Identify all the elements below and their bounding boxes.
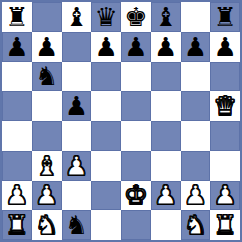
square-b2[interactable]: ♟ [32, 181, 62, 211]
square-g6[interactable] [181, 62, 211, 92]
square-d2[interactable] [91, 181, 121, 211]
square-e6[interactable] [121, 62, 151, 92]
piece-black-rook[interactable]: ♜ [5, 4, 28, 30]
square-g8[interactable] [181, 2, 211, 32]
square-e3[interactable] [121, 151, 151, 181]
square-g3[interactable] [181, 151, 211, 181]
square-c7[interactable] [62, 32, 92, 62]
square-a7[interactable]: ♟ [2, 32, 32, 62]
square-b8[interactable] [32, 2, 62, 32]
square-b5[interactable] [32, 91, 62, 121]
square-g1[interactable]: ♞ [181, 210, 211, 240]
square-g4[interactable] [181, 121, 211, 151]
square-h7[interactable]: ♟ [210, 32, 240, 62]
square-e5[interactable] [121, 91, 151, 121]
piece-white-knight[interactable]: ♞ [184, 212, 207, 238]
square-e7[interactable]: ♟ [121, 32, 151, 62]
piece-black-rook[interactable]: ♜ [213, 4, 236, 30]
piece-black-pawn[interactable]: ♟ [184, 34, 207, 60]
square-h5[interactable]: ♛ [210, 91, 240, 121]
square-e2[interactable]: ♚ [121, 181, 151, 211]
square-g5[interactable] [181, 91, 211, 121]
square-b3[interactable]: ♝ [32, 151, 62, 181]
square-h6[interactable] [210, 62, 240, 92]
piece-white-pawn[interactable]: ♟ [5, 182, 28, 208]
square-c3[interactable]: ♟ [62, 151, 92, 181]
square-h3[interactable] [210, 151, 240, 181]
piece-white-bishop[interactable]: ♝ [35, 153, 58, 179]
square-b1[interactable]: ♞ [32, 210, 62, 240]
square-d5[interactable] [91, 91, 121, 121]
square-f6[interactable] [151, 62, 181, 92]
square-f8[interactable]: ♝ [151, 2, 181, 32]
square-h8[interactable]: ♜ [210, 2, 240, 32]
square-a8[interactable]: ♜ [2, 2, 32, 32]
square-f4[interactable] [151, 121, 181, 151]
square-f2[interactable]: ♟ [151, 181, 181, 211]
chess-board: ♜♝♛♚♝♜♟♟♟♟♟♟♟♞♟♛♝♟♟♟♚♟♟♟♜♞♞♞♜ [0, 0, 242, 242]
piece-white-rook[interactable]: ♜ [213, 212, 236, 238]
piece-white-queen[interactable]: ♛ [213, 93, 236, 119]
square-a6[interactable] [2, 62, 32, 92]
square-c5[interactable]: ♟ [62, 91, 92, 121]
square-c8[interactable]: ♝ [62, 2, 92, 32]
square-a1[interactable]: ♜ [2, 210, 32, 240]
square-e8[interactable]: ♚ [121, 2, 151, 32]
square-b4[interactable] [32, 121, 62, 151]
piece-black-pawn[interactable]: ♟ [65, 93, 88, 119]
piece-white-knight[interactable]: ♞ [35, 212, 58, 238]
piece-black-pawn[interactable]: ♟ [213, 34, 236, 60]
piece-black-knight[interactable]: ♞ [35, 63, 58, 89]
piece-black-pawn[interactable]: ♟ [154, 34, 177, 60]
piece-black-king[interactable]: ♚ [124, 4, 147, 30]
square-e1[interactable] [121, 210, 151, 240]
square-f3[interactable] [151, 151, 181, 181]
square-c2[interactable] [62, 181, 92, 211]
piece-black-bishop[interactable]: ♝ [65, 4, 88, 30]
piece-white-king[interactable]: ♚ [124, 182, 147, 208]
square-e4[interactable] [121, 121, 151, 151]
square-d8[interactable]: ♛ [91, 2, 121, 32]
piece-black-pawn[interactable]: ♟ [35, 34, 58, 60]
square-h4[interactable] [210, 121, 240, 151]
square-a3[interactable] [2, 151, 32, 181]
piece-black-bishop[interactable]: ♝ [154, 4, 177, 30]
square-d6[interactable] [91, 62, 121, 92]
piece-white-pawn[interactable]: ♟ [65, 153, 88, 179]
square-d1[interactable] [91, 210, 121, 240]
piece-black-queen[interactable]: ♛ [94, 4, 117, 30]
square-d7[interactable]: ♟ [91, 32, 121, 62]
square-f5[interactable] [151, 91, 181, 121]
piece-black-pawn[interactable]: ♟ [94, 34, 117, 60]
square-h2[interactable]: ♟ [210, 181, 240, 211]
piece-black-knight[interactable]: ♞ [65, 212, 88, 238]
square-c1[interactable]: ♞ [62, 210, 92, 240]
square-a4[interactable] [2, 121, 32, 151]
piece-white-pawn[interactable]: ♟ [154, 182, 177, 208]
square-f7[interactable]: ♟ [151, 32, 181, 62]
square-d3[interactable] [91, 151, 121, 181]
piece-white-pawn[interactable]: ♟ [184, 182, 207, 208]
square-g2[interactable]: ♟ [181, 181, 211, 211]
piece-black-pawn[interactable]: ♟ [5, 34, 28, 60]
square-a2[interactable]: ♟ [2, 181, 32, 211]
square-b6[interactable]: ♞ [32, 62, 62, 92]
square-c4[interactable] [62, 121, 92, 151]
square-b7[interactable]: ♟ [32, 32, 62, 62]
piece-black-pawn[interactable]: ♟ [124, 34, 147, 60]
piece-white-pawn[interactable]: ♟ [35, 182, 58, 208]
piece-white-pawn[interactable]: ♟ [213, 182, 236, 208]
square-c6[interactable] [62, 62, 92, 92]
square-h1[interactable]: ♜ [210, 210, 240, 240]
piece-white-rook[interactable]: ♜ [5, 212, 28, 238]
square-a5[interactable] [2, 91, 32, 121]
square-f1[interactable] [151, 210, 181, 240]
square-g7[interactable]: ♟ [181, 32, 211, 62]
square-d4[interactable] [91, 121, 121, 151]
